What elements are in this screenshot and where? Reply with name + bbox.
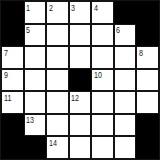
cell-r7c5[interactable] <box>92 137 113 158</box>
cell-r3c1[interactable]: 7 <box>2 47 23 68</box>
block-r1c7 <box>136 1 159 24</box>
clue-number: 5 <box>26 25 30 35</box>
cell-r1c2[interactable]: 1 <box>25 2 46 23</box>
cell-r7c6[interactable] <box>115 137 136 158</box>
cell-r4c2[interactable] <box>25 70 46 91</box>
cell-r2c2[interactable]: 5 <box>25 25 46 46</box>
cell-r2c6[interactable]: 6 <box>115 25 136 46</box>
block-r7c2 <box>24 136 47 159</box>
cell-r5c7[interactable] <box>137 92 158 113</box>
clue-number: 6 <box>116 25 120 35</box>
crossword-grid: 1234567891011121314 <box>0 0 160 160</box>
cell-r5c6[interactable] <box>115 92 136 113</box>
cell-r3c6[interactable] <box>115 47 136 68</box>
cell-r2c4[interactable] <box>70 25 91 46</box>
block-r7c1 <box>1 136 24 159</box>
clue-number: 10 <box>94 70 102 80</box>
cell-r5c3[interactable] <box>47 92 68 113</box>
block-r1c1 <box>1 1 24 24</box>
clue-number: 12 <box>71 93 79 103</box>
cell-r3c3[interactable] <box>47 47 68 68</box>
cell-r4c6[interactable] <box>115 70 136 91</box>
cell-r2c3[interactable] <box>47 25 68 46</box>
clue-number: 9 <box>4 70 8 80</box>
cell-r4c1[interactable]: 9 <box>2 70 23 91</box>
cell-r2c5[interactable] <box>92 25 113 46</box>
clue-number: 13 <box>26 115 34 125</box>
block-r1c6 <box>114 1 137 24</box>
cell-r3c2[interactable] <box>25 47 46 68</box>
cell-r7c4[interactable] <box>70 137 91 158</box>
cell-r4c7[interactable] <box>137 70 158 91</box>
block-r7c7 <box>136 136 159 159</box>
cell-r1c3[interactable]: 2 <box>47 2 68 23</box>
cell-r6c4[interactable] <box>70 115 91 136</box>
cell-r7c3[interactable]: 14 <box>47 137 68 158</box>
cell-r5c2[interactable] <box>25 92 46 113</box>
block-r6c1 <box>1 114 24 137</box>
cell-r6c5[interactable] <box>92 115 113 136</box>
block-r2c1 <box>1 24 24 47</box>
clue-number: 3 <box>71 3 75 13</box>
block-r6c7 <box>136 114 159 137</box>
cell-r1c5[interactable]: 4 <box>92 2 113 23</box>
block-r4c4 <box>69 69 92 92</box>
cell-r3c5[interactable] <box>92 47 113 68</box>
cell-r4c3[interactable] <box>47 70 68 91</box>
cell-r3c7[interactable]: 8 <box>137 47 158 68</box>
clue-number: 11 <box>4 93 11 103</box>
clue-number: 8 <box>139 48 143 58</box>
cell-r6c3[interactable] <box>47 115 68 136</box>
cell-r3c4[interactable] <box>70 47 91 68</box>
clue-number: 14 <box>49 138 57 148</box>
clue-number: 2 <box>49 3 53 13</box>
cell-r1c4[interactable]: 3 <box>70 2 91 23</box>
clue-number: 4 <box>94 3 98 13</box>
cell-r6c2[interactable]: 13 <box>25 115 46 136</box>
cell-r5c1[interactable]: 11 <box>2 92 23 113</box>
cell-r5c5[interactable] <box>92 92 113 113</box>
cell-r5c4[interactable]: 12 <box>70 92 91 113</box>
block-r2c7 <box>136 24 159 47</box>
clue-number: 1 <box>26 3 30 13</box>
cell-r6c6[interactable] <box>115 115 136 136</box>
cell-r4c5[interactable]: 10 <box>92 70 113 91</box>
clue-number: 7 <box>4 48 8 58</box>
